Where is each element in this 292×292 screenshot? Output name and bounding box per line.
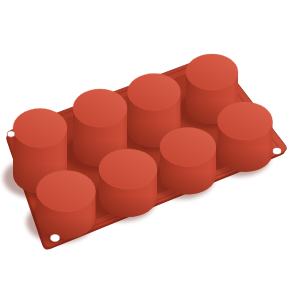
mold-cavity-7 (160, 128, 216, 195)
cavity-top-4 (186, 54, 238, 90)
silicone-mold-image (0, 0, 292, 292)
cavity-top-3 (128, 74, 181, 111)
mold-cavity-5 (37, 171, 96, 239)
cavity-top-8 (218, 102, 273, 140)
mold-cavity-6 (99, 149, 157, 217)
mold-cavity-8 (218, 102, 273, 172)
hang-hole-right (273, 148, 282, 155)
product-photo: Angled product photo of a terracotta-red… (0, 0, 292, 292)
cavity-top-2 (73, 89, 127, 127)
cavity-top-1 (13, 109, 67, 148)
cavity-top-7 (160, 128, 216, 167)
cavity-top-5 (37, 171, 96, 212)
hang-hole-left (7, 131, 15, 137)
cavity-top-6 (99, 149, 157, 189)
hang-hole-front-left (50, 234, 60, 242)
